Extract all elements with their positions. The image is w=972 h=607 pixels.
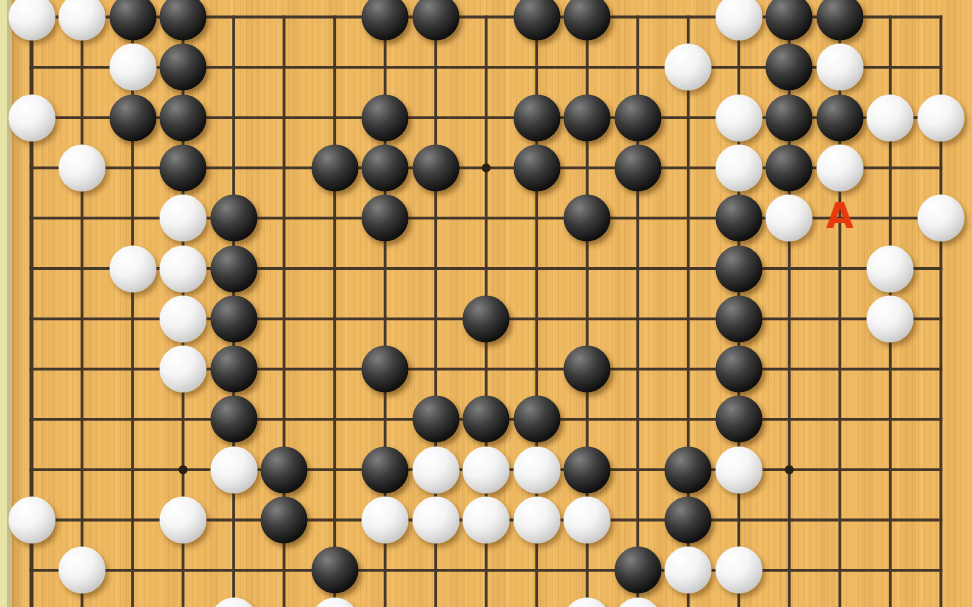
star-point <box>179 465 188 474</box>
go-board[interactable]: A <box>0 0 972 607</box>
star-point <box>785 163 794 172</box>
star-point <box>482 465 491 474</box>
star-point <box>482 163 491 172</box>
star-point <box>785 465 794 474</box>
grid-lines <box>0 0 972 607</box>
star-point <box>179 163 188 172</box>
